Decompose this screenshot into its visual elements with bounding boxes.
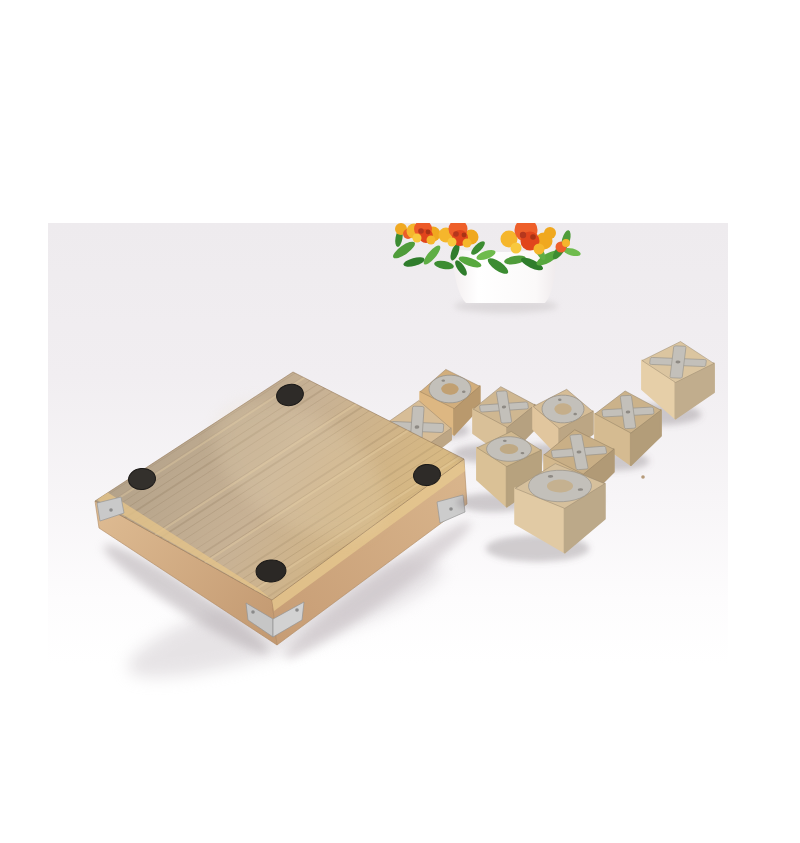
flower-petal <box>544 227 556 239</box>
flower-petal <box>530 234 536 240</box>
flower-petal <box>426 230 431 235</box>
flower-petal <box>413 234 422 243</box>
scene-canvas <box>0 0 800 843</box>
flower-petal <box>511 243 522 254</box>
flower-petal <box>453 231 459 237</box>
flower-petal <box>418 228 424 234</box>
flower-petal <box>562 239 570 247</box>
flower-petal <box>520 232 526 238</box>
flower-petal <box>448 238 457 247</box>
flower-petal <box>463 239 472 248</box>
flower-petal <box>534 244 545 255</box>
wood-speck <box>641 475 645 479</box>
flower-petal <box>427 236 436 245</box>
product-photo <box>0 0 800 843</box>
flower-petal <box>462 233 467 238</box>
